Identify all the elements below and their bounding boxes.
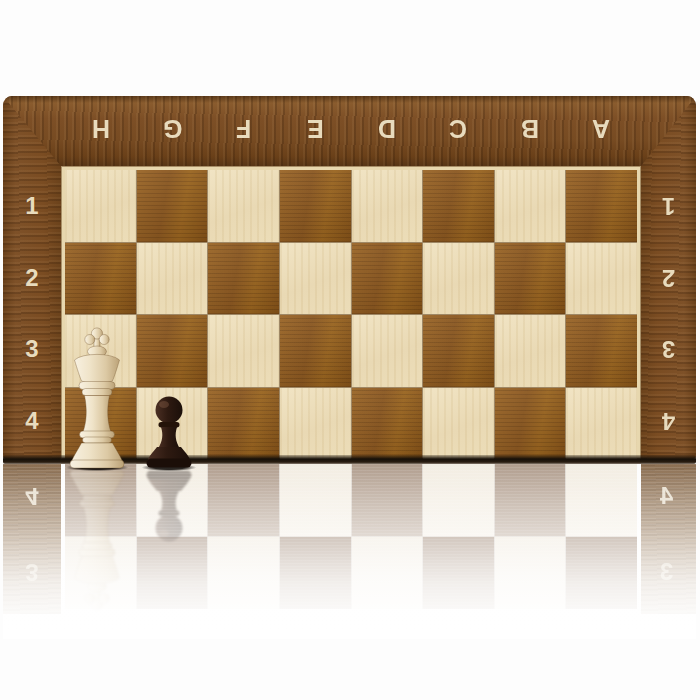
- light-square: [495, 170, 566, 242]
- file-label-c: C: [449, 114, 467, 143]
- dark-square: [423, 315, 494, 387]
- light-square: [423, 243, 494, 315]
- light-square: [423, 388, 494, 460]
- dark-square: [65, 243, 136, 315]
- light-square: [65, 170, 136, 242]
- file-label-b: B: [521, 114, 539, 143]
- dark-square: [208, 388, 279, 460]
- rank-label-1-right: 1: [662, 192, 675, 220]
- dark-square: [137, 315, 208, 387]
- file-label-d: D: [378, 114, 396, 143]
- reflection-fade-overlay: [3, 464, 696, 639]
- dark-square: [352, 388, 423, 460]
- light-square: [280, 243, 351, 315]
- tabletop-reflection: 4 3 4 3: [3, 464, 696, 639]
- light-square: [208, 315, 279, 387]
- rank-label-2-right: 2: [662, 264, 675, 292]
- rank-label-4: 4: [25, 407, 38, 435]
- dark-square: [208, 243, 279, 315]
- rank-label-2: 2: [25, 264, 38, 292]
- dark-square: [280, 315, 351, 387]
- light-square: [137, 243, 208, 315]
- light-square: [280, 388, 351, 460]
- black-pawn-piece: [144, 395, 194, 469]
- white-king-piece: [68, 326, 126, 469]
- rank-labels-right: 1 2 3 4: [641, 170, 696, 457]
- file-labels: H G F E D C B A: [65, 96, 637, 166]
- light-square: [352, 170, 423, 242]
- dark-square: [566, 170, 637, 242]
- rank-label-4-right: 4: [662, 407, 675, 435]
- file-label-f: F: [236, 114, 251, 143]
- dark-square: [137, 170, 208, 242]
- dark-square: [280, 170, 351, 242]
- file-label-g: G: [163, 114, 182, 143]
- file-label-h: H: [92, 114, 110, 143]
- file-label-a: A: [592, 114, 610, 143]
- dark-square: [352, 243, 423, 315]
- rank-label-1: 1: [25, 192, 38, 220]
- rank-label-3: 3: [25, 335, 38, 363]
- light-square: [566, 243, 637, 315]
- dark-square: [423, 170, 494, 242]
- rank-labels-left: 1 2 3 4: [3, 170, 61, 457]
- light-square: [495, 315, 566, 387]
- light-square: [208, 170, 279, 242]
- scene: H G F E D C B A 1 2 3 4 1 2 3 4: [0, 0, 700, 700]
- light-square: [566, 388, 637, 460]
- rank-label-3-right: 3: [662, 335, 675, 363]
- file-label-e: E: [307, 114, 324, 143]
- dark-square: [495, 243, 566, 315]
- dark-square: [566, 315, 637, 387]
- light-square: [352, 315, 423, 387]
- dark-square: [495, 388, 566, 460]
